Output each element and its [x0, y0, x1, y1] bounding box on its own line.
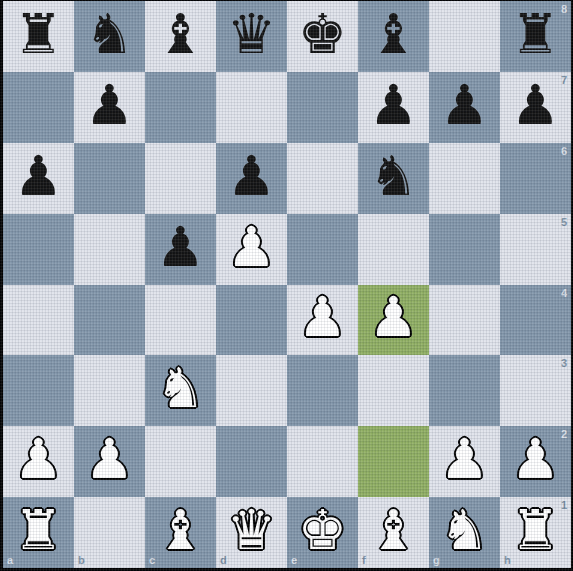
square-h7[interactable]: ♟7	[500, 72, 571, 143]
square-b1[interactable]: b	[74, 497, 145, 568]
square-f7[interactable]: ♟	[358, 72, 429, 143]
piece-black-king[interactable]: ♚	[298, 7, 347, 62]
square-c7[interactable]	[145, 72, 216, 143]
square-d6[interactable]: ♟	[216, 143, 287, 214]
square-e3[interactable]	[287, 355, 358, 426]
square-d8[interactable]: ♛	[216, 1, 287, 72]
square-b6[interactable]	[74, 143, 145, 214]
piece-white-knight[interactable]: ♞	[440, 503, 489, 558]
piece-black-pawn[interactable]: ♟	[369, 78, 418, 133]
piece-black-rook[interactable]: ♜	[511, 7, 560, 62]
square-f4[interactable]: ♟	[358, 285, 429, 356]
square-g7[interactable]: ♟	[429, 72, 500, 143]
square-d2[interactable]	[216, 426, 287, 497]
square-f8[interactable]: ♝	[358, 1, 429, 72]
piece-black-pawn[interactable]: ♟	[14, 149, 63, 204]
square-g1[interactable]: ♞g	[429, 497, 500, 568]
piece-white-bishop[interactable]: ♝	[156, 503, 205, 558]
piece-white-knight[interactable]: ♞	[156, 361, 205, 416]
square-f5[interactable]	[358, 214, 429, 285]
square-c8[interactable]: ♝	[145, 1, 216, 72]
piece-black-pawn[interactable]: ♟	[227, 149, 276, 204]
square-g6[interactable]	[429, 143, 500, 214]
square-c3[interactable]: ♞	[145, 355, 216, 426]
piece-white-bishop[interactable]: ♝	[369, 503, 418, 558]
rank-label-8: 8	[561, 4, 567, 15]
rank-label-3: 3	[561, 358, 567, 369]
file-label-g: g	[433, 555, 440, 566]
piece-white-pawn[interactable]: ♟	[227, 220, 276, 275]
piece-black-pawn[interactable]: ♟	[156, 220, 205, 275]
piece-white-pawn[interactable]: ♟	[511, 432, 560, 487]
square-e4[interactable]: ♟	[287, 285, 358, 356]
file-label-a: a	[7, 555, 13, 566]
piece-black-bishop[interactable]: ♝	[369, 7, 418, 62]
square-b5[interactable]	[74, 214, 145, 285]
piece-black-knight[interactable]: ♞	[85, 7, 134, 62]
piece-white-pawn[interactable]: ♟	[440, 432, 489, 487]
square-h3[interactable]: 3	[500, 355, 571, 426]
square-g2[interactable]: ♟	[429, 426, 500, 497]
square-f3[interactable]	[358, 355, 429, 426]
square-a7[interactable]	[3, 72, 74, 143]
square-c5[interactable]: ♟	[145, 214, 216, 285]
piece-white-queen[interactable]: ♛	[227, 503, 276, 558]
square-b8[interactable]: ♞	[74, 1, 145, 72]
square-b7[interactable]: ♟	[74, 72, 145, 143]
square-b2[interactable]: ♟	[74, 426, 145, 497]
square-f2[interactable]	[358, 426, 429, 497]
square-e1[interactable]: ♚e	[287, 497, 358, 568]
piece-black-queen[interactable]: ♛	[227, 7, 276, 62]
square-c6[interactable]	[145, 143, 216, 214]
square-c2[interactable]	[145, 426, 216, 497]
piece-white-pawn[interactable]: ♟	[14, 432, 63, 487]
piece-black-pawn[interactable]: ♟	[511, 78, 560, 133]
file-label-b: b	[78, 555, 85, 566]
square-a8[interactable]: ♜	[3, 1, 74, 72]
square-f1[interactable]: ♝f	[358, 497, 429, 568]
square-h5[interactable]: 5	[500, 214, 571, 285]
square-e6[interactable]	[287, 143, 358, 214]
square-a4[interactable]	[3, 285, 74, 356]
rank-label-6: 6	[561, 146, 567, 157]
square-c1[interactable]: ♝c	[145, 497, 216, 568]
chess-board: ♜♞♝♛♚♝♜8♟♟♟♟7♟♟♞6♟♟5♟♟4♞3♟♟♟♟2♜ab♝c♛d♚e♝…	[3, 1, 571, 568]
piece-white-pawn[interactable]: ♟	[298, 290, 347, 345]
piece-black-knight[interactable]: ♞	[369, 149, 418, 204]
file-label-e: e	[291, 555, 297, 566]
square-d7[interactable]	[216, 72, 287, 143]
square-h6[interactable]: 6	[500, 143, 571, 214]
square-h4[interactable]: 4	[500, 285, 571, 356]
square-a2[interactable]: ♟	[3, 426, 74, 497]
square-a1[interactable]: ♜a	[3, 497, 74, 568]
square-h8[interactable]: ♜8	[500, 1, 571, 72]
square-d5[interactable]: ♟	[216, 214, 287, 285]
square-d4[interactable]	[216, 285, 287, 356]
rank-label-7: 7	[561, 75, 567, 86]
square-g5[interactable]	[429, 214, 500, 285]
square-e2[interactable]	[287, 426, 358, 497]
square-e8[interactable]: ♚	[287, 1, 358, 72]
square-f6[interactable]: ♞	[358, 143, 429, 214]
piece-white-rook[interactable]: ♜	[511, 503, 560, 558]
square-d3[interactable]	[216, 355, 287, 426]
square-a5[interactable]	[3, 214, 74, 285]
piece-black-rook[interactable]: ♜	[14, 7, 63, 62]
square-a3[interactable]	[3, 355, 74, 426]
square-e5[interactable]	[287, 214, 358, 285]
piece-white-pawn[interactable]: ♟	[85, 432, 134, 487]
square-b3[interactable]	[74, 355, 145, 426]
file-label-h: h	[504, 555, 511, 566]
square-e7[interactable]	[287, 72, 358, 143]
piece-black-bishop[interactable]: ♝	[156, 7, 205, 62]
square-h1[interactable]: ♜1h	[500, 497, 571, 568]
file-label-d: d	[220, 555, 227, 566]
square-d1[interactable]: ♛d	[216, 497, 287, 568]
rank-label-2: 2	[561, 429, 567, 440]
piece-black-pawn[interactable]: ♟	[440, 78, 489, 133]
piece-white-pawn[interactable]: ♟	[369, 290, 418, 345]
square-h2[interactable]: ♟2	[500, 426, 571, 497]
rank-label-1: 1	[561, 500, 567, 511]
square-g4[interactable]	[429, 285, 500, 356]
square-g8[interactable]	[429, 1, 500, 72]
square-b4[interactable]	[74, 285, 145, 356]
piece-white-king[interactable]: ♚	[298, 503, 347, 558]
piece-black-pawn[interactable]: ♟	[85, 78, 134, 133]
rank-label-4: 4	[561, 288, 567, 299]
file-label-c: c	[149, 555, 155, 566]
square-c4[interactable]	[145, 285, 216, 356]
chess-board-wrapper: ♜♞♝♛♚♝♜8♟♟♟♟7♟♟♞6♟♟5♟♟4♞3♟♟♟♟2♜ab♝c♛d♚e♝…	[0, 0, 573, 571]
square-g3[interactable]	[429, 355, 500, 426]
file-label-f: f	[362, 555, 366, 566]
rank-label-5: 5	[561, 217, 567, 228]
square-a6[interactable]: ♟	[3, 143, 74, 214]
piece-white-rook[interactable]: ♜	[14, 503, 63, 558]
